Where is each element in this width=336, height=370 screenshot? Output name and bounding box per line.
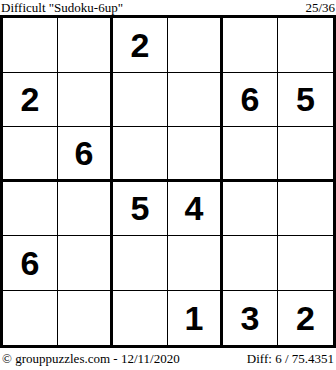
cell-r5c4[interactable] (168, 236, 223, 291)
cell-r4c4[interactable]: 4 (168, 182, 223, 237)
cell-r6c4[interactable]: 1 (168, 291, 223, 346)
cell-r2c2[interactable] (58, 73, 113, 128)
given-digit: 2 (131, 28, 150, 62)
cell-r5c6[interactable] (278, 236, 333, 291)
cell-r1c1[interactable] (3, 18, 58, 73)
cell-r3c2[interactable]: 6 (58, 127, 113, 182)
given-digit: 5 (296, 82, 315, 116)
cell-r5c1[interactable]: 6 (3, 236, 58, 291)
cell-r2c5[interactable]: 6 (223, 73, 278, 128)
cell-r4c6[interactable] (278, 182, 333, 237)
cell-r1c2[interactable] (58, 18, 113, 73)
cell-r4c2[interactable] (58, 182, 113, 237)
cell-r5c3[interactable] (113, 236, 168, 291)
cell-r6c1[interactable] (3, 291, 58, 346)
given-digit: 1 (185, 301, 204, 335)
cell-r5c2[interactable] (58, 236, 113, 291)
cell-r1c4[interactable] (168, 18, 223, 73)
given-digit: 5 (131, 191, 150, 225)
cell-r3c6[interactable] (278, 127, 333, 182)
given-digit: 3 (241, 301, 260, 335)
puzzle-page: Difficult "Sudoku-6up" 25/36 22656546132… (0, 0, 336, 370)
cell-r3c3[interactable] (113, 127, 168, 182)
cell-r4c1[interactable] (3, 182, 58, 237)
given-digit: 6 (241, 82, 260, 116)
cell-r4c5[interactable] (223, 182, 278, 237)
cell-r6c2[interactable] (58, 291, 113, 346)
difficulty-text: Diff: 6 / 75.4351 (247, 351, 334, 367)
sudoku-board: 22656546132 (0, 15, 336, 348)
cell-r5c5[interactable] (223, 236, 278, 291)
cell-r2c1[interactable]: 2 (3, 73, 58, 128)
cell-r6c3[interactable] (113, 291, 168, 346)
cell-r3c1[interactable] (3, 127, 58, 182)
given-digit: 6 (21, 246, 40, 280)
cell-r2c3[interactable] (113, 73, 168, 128)
cell-r1c3[interactable]: 2 (113, 18, 168, 73)
cell-r6c6[interactable]: 2 (278, 291, 333, 346)
copyright-text: © grouppuzzles.com - 12/11/2020 (2, 351, 180, 367)
given-digit: 2 (21, 82, 40, 116)
cell-r3c4[interactable] (168, 127, 223, 182)
given-digit: 4 (185, 191, 204, 225)
footer: © grouppuzzles.com - 12/11/2020 Diff: 6 … (0, 351, 336, 367)
cell-r1c5[interactable] (223, 18, 278, 73)
puzzle-title: Difficult "Sudoku-6up" (1, 0, 123, 15)
cell-r2c6[interactable]: 5 (278, 73, 333, 128)
cell-r6c5[interactable]: 3 (223, 291, 278, 346)
given-digit: 6 (75, 136, 94, 170)
header: Difficult "Sudoku-6up" 25/36 (0, 0, 336, 15)
cell-r3c5[interactable] (223, 127, 278, 182)
cell-r1c6[interactable] (278, 18, 333, 73)
cell-r2c4[interactable] (168, 73, 223, 128)
cell-r4c3[interactable]: 5 (113, 182, 168, 237)
given-digit: 2 (296, 301, 315, 335)
page-indicator: 25/36 (305, 0, 335, 15)
